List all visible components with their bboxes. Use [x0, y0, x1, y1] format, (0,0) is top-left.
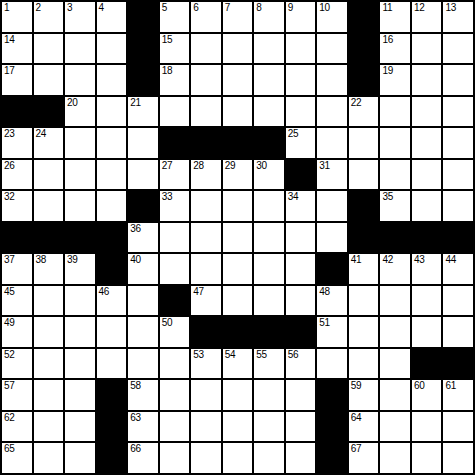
cell-r13c15[interactable]: 61 — [443, 380, 473, 410]
cell-r7c4[interactable] — [97, 191, 127, 221]
cell-r9c15[interactable]: 44 — [443, 254, 473, 284]
cell-r1c11[interactable]: 10 — [317, 2, 347, 32]
cell-r4c13[interactable] — [380, 97, 410, 127]
cell-r3c14[interactable] — [412, 65, 442, 95]
cell-r5c5[interactable] — [128, 128, 158, 158]
clue-number: 31 — [319, 160, 330, 172]
cell-r15c2[interactable] — [34, 443, 64, 473]
cell-r1c15[interactable]: 13 — [443, 2, 473, 32]
cell-r4c2 — [34, 97, 64, 127]
cell-r3c13[interactable]: 19 — [380, 65, 410, 95]
cell-r12c7[interactable]: 53 — [191, 349, 221, 379]
cell-r7c3[interactable] — [65, 191, 95, 221]
cell-r5c9 — [254, 128, 284, 158]
cell-r7c12 — [349, 191, 379, 221]
cell-r10c4[interactable]: 46 — [97, 286, 127, 316]
cell-r7c9[interactable] — [254, 191, 284, 221]
cell-r6c9[interactable]: 30 — [254, 160, 284, 190]
clue-number: 9 — [288, 2, 293, 14]
cell-r2c14[interactable] — [412, 34, 442, 64]
clue-number: 51 — [319, 317, 330, 329]
cell-r9c1[interactable]: 37 — [2, 254, 32, 284]
cell-r3c10[interactable] — [286, 65, 316, 95]
cell-r8c5[interactable]: 36 — [128, 223, 158, 253]
cell-r1c2[interactable]: 2 — [34, 2, 64, 32]
clue-number: 38 — [36, 254, 47, 266]
cell-r14c5[interactable]: 63 — [128, 412, 158, 442]
cell-r1c13[interactable]: 11 — [380, 2, 410, 32]
cell-r7c8[interactable] — [223, 191, 253, 221]
cell-r9c2[interactable]: 38 — [34, 254, 64, 284]
cell-r6c3[interactable] — [65, 160, 95, 190]
cell-r15c1[interactable]: 65 — [2, 443, 32, 473]
cell-r14c7[interactable] — [191, 412, 221, 442]
cell-r13c5[interactable]: 58 — [128, 380, 158, 410]
cell-r5c2[interactable]: 24 — [34, 128, 64, 158]
cell-r6c2[interactable] — [34, 160, 64, 190]
cell-r9c14[interactable]: 43 — [412, 254, 442, 284]
cell-r2c11[interactable] — [317, 34, 347, 64]
cell-r3c6[interactable]: 18 — [160, 65, 190, 95]
cell-r12c10[interactable]: 56 — [286, 349, 316, 379]
cell-r6c7[interactable]: 28 — [191, 160, 221, 190]
cell-r4c12[interactable]: 22 — [349, 97, 379, 127]
cell-r10c7[interactable]: 47 — [191, 286, 221, 316]
clue-number: 1 — [4, 2, 9, 14]
cell-r7c2[interactable] — [34, 191, 64, 221]
cell-r15c12[interactable]: 67 — [349, 443, 379, 473]
cell-r10c10[interactable] — [286, 286, 316, 316]
cell-r1c12 — [349, 2, 379, 32]
cell-r11c14[interactable] — [412, 317, 442, 347]
clue-number: 5 — [162, 2, 167, 14]
cell-r6c1[interactable]: 26 — [2, 160, 32, 190]
clue-number: 14 — [4, 34, 15, 46]
clue-number: 17 — [4, 65, 15, 77]
cell-r14c8[interactable] — [223, 412, 253, 442]
cell-r14c12[interactable]: 64 — [349, 412, 379, 442]
cell-r12c14 — [412, 349, 442, 379]
clue-number: 33 — [162, 191, 173, 203]
cell-r14c14[interactable] — [412, 412, 442, 442]
cell-r8c10[interactable] — [286, 223, 316, 253]
cell-r3c15[interactable] — [443, 65, 473, 95]
cell-r7c6[interactable]: 33 — [160, 191, 190, 221]
cell-r9c10[interactable] — [286, 254, 316, 284]
clue-number: 49 — [4, 317, 15, 329]
cell-r6c11[interactable]: 31 — [317, 160, 347, 190]
cell-r12c12[interactable] — [349, 349, 379, 379]
cell-r5c10[interactable]: 25 — [286, 128, 316, 158]
cell-r4c15[interactable] — [443, 97, 473, 127]
clue-number: 22 — [351, 97, 362, 109]
cell-r8c8[interactable] — [223, 223, 253, 253]
cell-r2c7[interactable] — [191, 34, 221, 64]
cell-r3c8[interactable] — [223, 65, 253, 95]
clue-number: 59 — [351, 380, 362, 392]
cell-r9c8[interactable] — [223, 254, 253, 284]
cell-r11c13[interactable] — [380, 317, 410, 347]
cell-r13c4 — [97, 380, 127, 410]
cell-r2c9[interactable] — [254, 34, 284, 64]
cell-r8c11[interactable] — [317, 223, 347, 253]
cell-r3c5 — [128, 65, 158, 95]
cell-r8c7[interactable] — [191, 223, 221, 253]
cell-r7c1[interactable]: 32 — [2, 191, 32, 221]
clue-number: 60 — [414, 380, 425, 392]
cell-r4c11[interactable] — [317, 97, 347, 127]
clue-number: 47 — [193, 286, 204, 298]
cell-r8c1 — [2, 223, 32, 253]
clue-number: 66 — [130, 443, 141, 455]
cell-r12c15 — [443, 349, 473, 379]
cell-r13c1[interactable]: 57 — [2, 380, 32, 410]
cell-r1c14[interactable]: 12 — [412, 2, 442, 32]
clue-number: 39 — [67, 254, 78, 266]
cell-r14c4 — [97, 412, 127, 442]
cell-r4c9[interactable] — [254, 97, 284, 127]
cell-r11c2[interactable] — [34, 317, 64, 347]
cell-r10c9[interactable] — [254, 286, 284, 316]
cell-r14c15[interactable] — [443, 412, 473, 442]
clue-number: 54 — [225, 349, 236, 361]
cell-r14c11 — [317, 412, 347, 442]
cell-r7c14[interactable] — [412, 191, 442, 221]
crossword-board: 1234567891011121314151617181920212223242… — [0, 0, 475, 475]
cell-r3c11[interactable] — [317, 65, 347, 95]
cell-r14c2[interactable] — [34, 412, 64, 442]
cell-r12c1[interactable]: 52 — [2, 349, 32, 379]
clue-number: 36 — [130, 223, 141, 235]
clue-number: 67 — [351, 443, 362, 455]
cell-r5c11[interactable] — [317, 128, 347, 158]
cell-r13c10[interactable] — [286, 380, 316, 410]
clue-number: 63 — [130, 412, 141, 424]
cell-r11c8 — [223, 317, 253, 347]
cell-r15c7[interactable] — [191, 443, 221, 473]
clue-number: 56 — [288, 349, 299, 361]
cell-r6c6[interactable]: 27 — [160, 160, 190, 190]
clue-number: 50 — [162, 317, 173, 329]
cell-r3c2[interactable] — [34, 65, 64, 95]
cell-r13c14[interactable]: 60 — [412, 380, 442, 410]
cell-r2c6[interactable]: 15 — [160, 34, 190, 64]
cell-r9c12[interactable]: 41 — [349, 254, 379, 284]
clue-number: 11 — [382, 2, 392, 14]
cell-r2c4[interactable] — [97, 34, 127, 64]
cell-r15c15[interactable] — [443, 443, 473, 473]
clue-number: 21 — [130, 97, 141, 109]
cell-r5c8 — [223, 128, 253, 158]
cell-r12c5[interactable] — [128, 349, 158, 379]
cell-r14c1[interactable]: 62 — [2, 412, 32, 442]
cell-r9c6[interactable] — [160, 254, 190, 284]
cell-r14c9[interactable] — [254, 412, 284, 442]
clue-number: 48 — [319, 286, 330, 298]
cell-r10c11[interactable]: 48 — [317, 286, 347, 316]
cell-r14c13[interactable] — [380, 412, 410, 442]
cell-r4c6[interactable] — [160, 97, 190, 127]
clue-number: 18 — [162, 65, 173, 77]
cell-r7c13[interactable]: 35 — [380, 191, 410, 221]
cell-r8c9[interactable] — [254, 223, 284, 253]
cell-r4c7[interactable] — [191, 97, 221, 127]
cell-r10c5[interactable] — [128, 286, 158, 316]
clue-number: 43 — [414, 254, 425, 266]
clue-number: 45 — [4, 286, 15, 298]
cell-r1c4[interactable]: 4 — [97, 2, 127, 32]
cell-r3c12 — [349, 65, 379, 95]
cell-r14c6[interactable] — [160, 412, 190, 442]
cell-r2c5 — [128, 34, 158, 64]
cell-r10c8[interactable] — [223, 286, 253, 316]
cell-r7c5 — [128, 191, 158, 221]
cell-r11c10 — [286, 317, 316, 347]
clue-number: 23 — [4, 128, 15, 140]
cell-r1c10[interactable]: 9 — [286, 2, 316, 32]
cell-r14c3[interactable] — [65, 412, 95, 442]
cell-r14c10[interactable] — [286, 412, 316, 442]
cell-r13c13[interactable] — [380, 380, 410, 410]
cell-r8c6[interactable] — [160, 223, 190, 253]
cell-r11c1[interactable]: 49 — [2, 317, 32, 347]
cell-r8c2 — [34, 223, 64, 253]
cell-r2c2[interactable] — [34, 34, 64, 64]
cell-r12c4[interactable] — [97, 349, 127, 379]
clue-number: 32 — [4, 191, 15, 203]
clue-number: 65 — [4, 443, 15, 455]
cell-r10c13[interactable] — [380, 286, 410, 316]
cell-r3c3[interactable] — [65, 65, 95, 95]
clue-number: 61 — [445, 380, 456, 392]
clue-number: 7 — [225, 2, 230, 14]
cell-r11c4[interactable] — [97, 317, 127, 347]
cell-r9c13[interactable]: 42 — [380, 254, 410, 284]
cell-r1c3[interactable]: 3 — [65, 2, 95, 32]
clue-number: 37 — [4, 254, 15, 266]
clue-number: 15 — [162, 34, 173, 46]
cell-r13c6[interactable] — [160, 380, 190, 410]
cell-r3c7[interactable] — [191, 65, 221, 95]
cell-r1c7[interactable]: 6 — [191, 2, 221, 32]
cell-r12c13[interactable] — [380, 349, 410, 379]
cell-r6c5[interactable] — [128, 160, 158, 190]
cell-r15c5[interactable]: 66 — [128, 443, 158, 473]
clue-number: 4 — [99, 2, 104, 14]
clue-number: 3 — [67, 2, 72, 14]
clue-number: 25 — [288, 128, 299, 140]
cell-r5c7 — [191, 128, 221, 158]
cell-r3c1[interactable]: 17 — [2, 65, 32, 95]
cell-r2c15[interactable] — [443, 34, 473, 64]
cell-r10c3[interactable] — [65, 286, 95, 316]
cell-r8c4 — [97, 223, 127, 253]
clue-number: 41 — [351, 254, 362, 266]
cell-r9c7[interactable] — [191, 254, 221, 284]
cell-r7c10[interactable]: 34 — [286, 191, 316, 221]
clue-number: 57 — [4, 380, 15, 392]
cell-r15c13[interactable] — [380, 443, 410, 473]
cell-r11c7 — [191, 317, 221, 347]
cell-r13c3[interactable] — [65, 380, 95, 410]
cell-r12c2[interactable] — [34, 349, 64, 379]
clue-number: 42 — [382, 254, 393, 266]
cell-r7c15[interactable] — [443, 191, 473, 221]
cell-r13c12[interactable]: 59 — [349, 380, 379, 410]
cell-r5c14[interactable] — [412, 128, 442, 158]
cell-r6c10 — [286, 160, 316, 190]
cell-r15c10[interactable] — [286, 443, 316, 473]
cell-r6c8[interactable]: 29 — [223, 160, 253, 190]
cell-r5c3[interactable] — [65, 128, 95, 158]
cell-r4c4[interactable] — [97, 97, 127, 127]
cell-r11c9 — [254, 317, 284, 347]
cell-r2c10[interactable] — [286, 34, 316, 64]
cell-r11c6[interactable]: 50 — [160, 317, 190, 347]
cell-r1c6[interactable]: 5 — [160, 2, 190, 32]
clue-number: 52 — [4, 349, 15, 361]
cell-r4c5[interactable]: 21 — [128, 97, 158, 127]
clue-number: 29 — [225, 160, 236, 172]
cell-r9c9[interactable] — [254, 254, 284, 284]
clue-number: 34 — [288, 191, 299, 203]
cell-r2c8[interactable] — [223, 34, 253, 64]
cell-r8c14 — [412, 223, 442, 253]
cell-r11c12[interactable] — [349, 317, 379, 347]
cell-r1c9[interactable]: 8 — [254, 2, 284, 32]
cell-r13c7[interactable] — [191, 380, 221, 410]
clue-number: 44 — [445, 254, 456, 266]
cell-r12c8[interactable]: 54 — [223, 349, 253, 379]
cell-r6c14[interactable] — [412, 160, 442, 190]
clue-number: 27 — [162, 160, 173, 172]
cell-r10c12[interactable] — [349, 286, 379, 316]
cell-r2c13[interactable]: 16 — [380, 34, 410, 64]
cell-r10c1[interactable]: 45 — [2, 286, 32, 316]
cell-r5c15[interactable] — [443, 128, 473, 158]
cell-r8c15 — [443, 223, 473, 253]
cell-r5c12[interactable] — [349, 128, 379, 158]
clue-number: 16 — [382, 34, 393, 46]
cell-r15c8[interactable] — [223, 443, 253, 473]
cell-r3c9[interactable] — [254, 65, 284, 95]
cell-r1c8[interactable]: 7 — [223, 2, 253, 32]
cell-r2c12 — [349, 34, 379, 64]
crossword-grid: 1234567891011121314151617181920212223242… — [0, 0, 475, 475]
cell-r9c3[interactable]: 39 — [65, 254, 95, 284]
cell-r1c1[interactable]: 1 — [2, 2, 32, 32]
cell-r13c8[interactable] — [223, 380, 253, 410]
cell-r9c4 — [97, 254, 127, 284]
cell-r6c4[interactable] — [97, 160, 127, 190]
cell-r11c11[interactable]: 51 — [317, 317, 347, 347]
clue-number: 12 — [414, 2, 425, 14]
clue-number: 8 — [256, 2, 261, 14]
cell-r13c2[interactable] — [34, 380, 64, 410]
clue-number: 30 — [256, 160, 267, 172]
cell-r4c3[interactable]: 20 — [65, 97, 95, 127]
clue-number: 28 — [193, 160, 204, 172]
clue-number: 13 — [445, 2, 456, 14]
cell-r13c9[interactable] — [254, 380, 284, 410]
cell-r5c4[interactable] — [97, 128, 127, 158]
cell-r9c11 — [317, 254, 347, 284]
cell-r12c9[interactable]: 55 — [254, 349, 284, 379]
clue-number: 53 — [193, 349, 204, 361]
cell-r15c6[interactable] — [160, 443, 190, 473]
clue-number: 35 — [382, 191, 393, 203]
cell-r6c13[interactable] — [380, 160, 410, 190]
cell-r10c2[interactable] — [34, 286, 64, 316]
clue-number: 26 — [4, 160, 15, 172]
cell-r6c12[interactable] — [349, 160, 379, 190]
cell-r12c3[interactable] — [65, 349, 95, 379]
cell-r15c3[interactable] — [65, 443, 95, 473]
cell-r12c11[interactable] — [317, 349, 347, 379]
clue-number: 6 — [193, 2, 198, 14]
cell-r7c7[interactable] — [191, 191, 221, 221]
cell-r5c1[interactable]: 23 — [2, 128, 32, 158]
cell-r2c1[interactable]: 14 — [2, 34, 32, 64]
clue-number: 55 — [256, 349, 267, 361]
cell-r8c12 — [349, 223, 379, 253]
cell-r1c5 — [128, 2, 158, 32]
cell-r4c14[interactable] — [412, 97, 442, 127]
clue-number: 19 — [382, 65, 393, 77]
clue-number: 46 — [99, 286, 110, 298]
cell-r11c3[interactable] — [65, 317, 95, 347]
clue-number: 64 — [351, 412, 362, 424]
clue-number: 58 — [130, 380, 141, 392]
cell-r10c15[interactable] — [443, 286, 473, 316]
cell-r10c6 — [160, 286, 190, 316]
clue-number: 24 — [36, 128, 47, 140]
cell-r9c5[interactable]: 40 — [128, 254, 158, 284]
cell-r4c10[interactable] — [286, 97, 316, 127]
cell-r4c1 — [2, 97, 32, 127]
cell-r11c15[interactable] — [443, 317, 473, 347]
cell-r2c3[interactable] — [65, 34, 95, 64]
cell-r3c4[interactable] — [97, 65, 127, 95]
cell-r4c8[interactable] — [223, 97, 253, 127]
cell-r5c6 — [160, 128, 190, 158]
cell-r15c9[interactable] — [254, 443, 284, 473]
cell-r13c11 — [317, 380, 347, 410]
cell-r8c13 — [380, 223, 410, 253]
cell-r5c13[interactable] — [380, 128, 410, 158]
cell-r12c6[interactable] — [160, 349, 190, 379]
clue-number: 62 — [4, 412, 15, 424]
cell-r7c11[interactable] — [317, 191, 347, 221]
cell-r15c11 — [317, 443, 347, 473]
cell-r10c14[interactable] — [412, 286, 442, 316]
cell-r15c4 — [97, 443, 127, 473]
cell-r8c3 — [65, 223, 95, 253]
cell-r11c5[interactable] — [128, 317, 158, 347]
clue-number: 40 — [130, 254, 141, 266]
clue-number: 10 — [319, 2, 330, 14]
cell-r6c15[interactable] — [443, 160, 473, 190]
cell-r15c14[interactable] — [412, 443, 442, 473]
clue-number: 2 — [36, 2, 41, 14]
clue-number: 20 — [67, 97, 78, 109]
